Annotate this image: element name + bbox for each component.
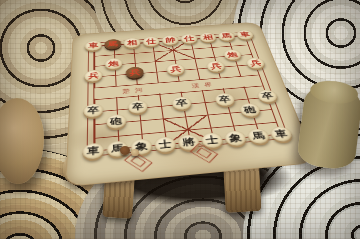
- piece-black-cannon[interactable]: 砲: [106, 114, 126, 129]
- piece-black-soldier[interactable]: 卒: [214, 93, 236, 107]
- piece-red-soldier[interactable]: 兵: [84, 69, 102, 82]
- piece-red-soldier[interactable]: 兵: [206, 60, 226, 72]
- piece-red-general[interactable]: 帥: [161, 35, 179, 46]
- piece-red-soldier[interactable]: 兵: [166, 63, 186, 75]
- diamond-ornament-left: [124, 151, 153, 172]
- piece-black-cannon[interactable]: 砲: [239, 103, 262, 118]
- piece-black-chariot[interactable]: 車: [83, 142, 104, 159]
- piece-black-soldier[interactable]: 卒: [171, 96, 192, 110]
- piece-red-cannon[interactable]: 炮: [105, 58, 123, 70]
- piece-red-horse[interactable]: 馬: [104, 39, 121, 50]
- piece-red-cannon[interactable]: 炮: [223, 49, 243, 61]
- piece-red-elephant[interactable]: 相: [123, 37, 140, 48]
- piece-red-advisor[interactable]: 仕: [180, 33, 198, 44]
- wooden-object-dark: [120, 146, 130, 155]
- piece-red-soldier[interactable]: 兵: [125, 66, 144, 79]
- piece-black-soldier[interactable]: 卒: [128, 100, 148, 115]
- piece-red-chariot[interactable]: 車: [85, 40, 102, 51]
- piece-red-advisor[interactable]: 仕: [142, 36, 160, 47]
- wooden-object-light: [131, 149, 139, 156]
- piece-black-soldier[interactable]: 卒: [84, 103, 104, 118]
- xiangqi-photo-scene: 楚河 漢界 車馬相仕帥仕相馬車炮炮兵兵兵兵兵卒卒卒卒卒砲砲車馬象士將士象馬車: [0, 0, 360, 239]
- stone-stool-right: [296, 81, 360, 171]
